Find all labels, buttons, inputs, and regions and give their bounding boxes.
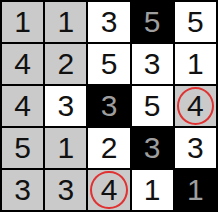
- cell-r3c2[interactable]: 3: [45, 86, 86, 126]
- cell-r2c3[interactable]: 5: [88, 44, 129, 84]
- cell-digit: 3: [57, 175, 74, 205]
- cell-r2c5[interactable]: 1: [175, 44, 216, 84]
- cell-r1c4[interactable]: 5: [132, 2, 173, 42]
- cell-r3c1[interactable]: 4: [2, 86, 43, 126]
- cell-r5c4[interactable]: 1: [132, 170, 173, 210]
- cell-digit: 5: [144, 7, 161, 37]
- cell-digit: 2: [57, 49, 74, 79]
- cell-digit: 1: [144, 175, 161, 205]
- cell-r5c2[interactable]: 3: [45, 170, 86, 210]
- cell-digit: 3: [187, 133, 204, 163]
- cell-r4c5[interactable]: 3: [175, 128, 216, 168]
- cell-digit: 3: [14, 175, 31, 205]
- cell-r4c2[interactable]: 1: [45, 128, 86, 168]
- cell-r3c3[interactable]: 3: [88, 86, 129, 126]
- cell-digit: 1: [57, 133, 74, 163]
- cell-r5c1[interactable]: 3: [2, 170, 43, 210]
- cell-digit: 2: [101, 133, 118, 163]
- cell-digit: 3: [144, 49, 161, 79]
- hitori-board: 1135542531433545123333411: [0, 0, 218, 212]
- cell-r4c3[interactable]: 2: [88, 128, 129, 168]
- cell-digit: 1: [187, 175, 204, 205]
- cell-digit: 1: [57, 7, 74, 37]
- cell-digit: 3: [101, 7, 118, 37]
- cell-digit: 1: [187, 49, 204, 79]
- cell-r3c5[interactable]: 4: [175, 86, 216, 126]
- cell-r1c3[interactable]: 3: [88, 2, 129, 42]
- cell-r2c2[interactable]: 2: [45, 44, 86, 84]
- cell-digit: 5: [187, 7, 204, 37]
- cell-r4c4[interactable]: 3: [132, 128, 173, 168]
- cell-r3c4[interactable]: 5: [132, 86, 173, 126]
- cell-digit: 4: [14, 49, 31, 79]
- cell-digit: 3: [101, 91, 118, 121]
- cell-digit: 4: [101, 175, 118, 205]
- cell-r1c1[interactable]: 1: [2, 2, 43, 42]
- cell-r5c5[interactable]: 1: [175, 170, 216, 210]
- cell-digit: 5: [101, 49, 118, 79]
- cell-r2c1[interactable]: 4: [2, 44, 43, 84]
- cell-digit: 1: [14, 7, 31, 37]
- cell-r5c3[interactable]: 4: [88, 170, 129, 210]
- cell-digit: 5: [14, 133, 31, 163]
- cell-digit: 4: [14, 91, 31, 121]
- cell-r4c1[interactable]: 5: [2, 128, 43, 168]
- cell-digit: 3: [144, 133, 161, 163]
- cell-digit: 4: [187, 91, 204, 121]
- cell-r2c4[interactable]: 3: [132, 44, 173, 84]
- cell-digit: 3: [57, 91, 74, 121]
- cell-r1c2[interactable]: 1: [45, 2, 86, 42]
- cell-r1c5[interactable]: 5: [175, 2, 216, 42]
- cell-digit: 5: [144, 91, 161, 121]
